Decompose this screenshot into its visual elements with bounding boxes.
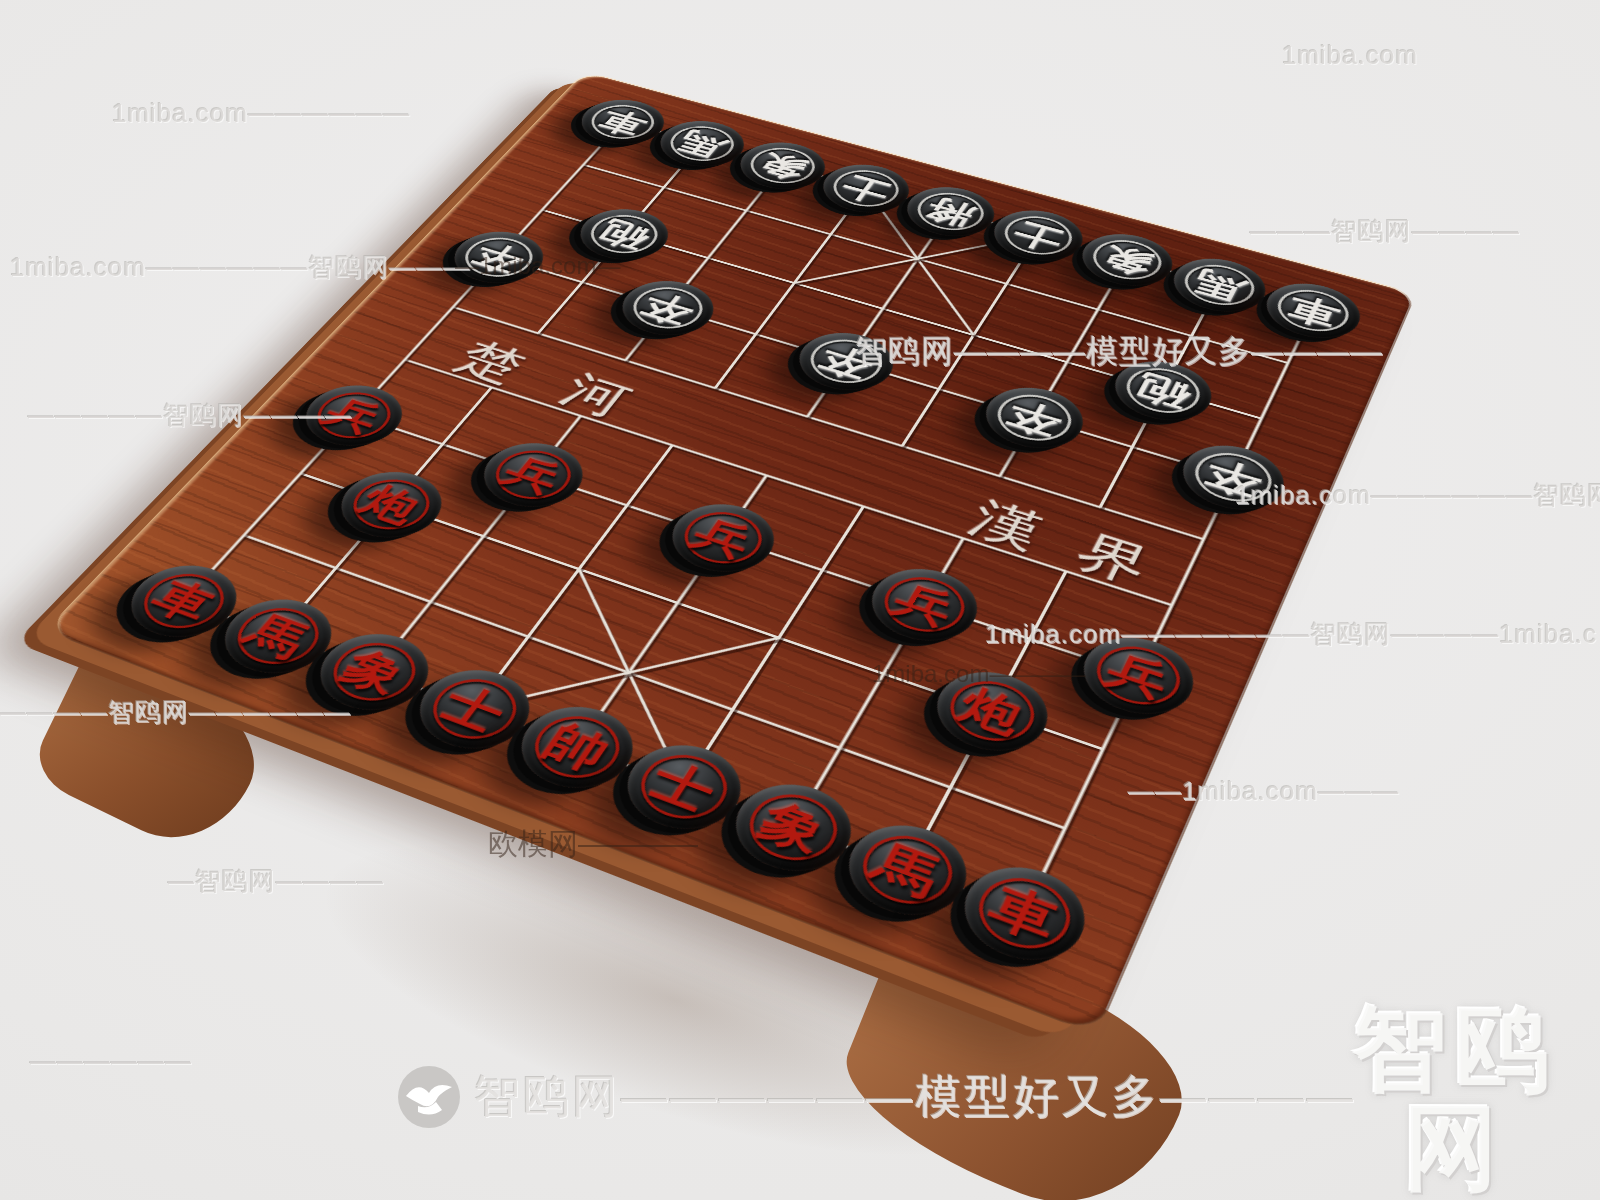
render-stage: 楚河 漢界 車馬象士將士象馬車砲砲卒卒卒卒卒車馬象士帥士象馬車炮炮兵兵兵兵兵 1…	[0, 0, 1600, 1200]
site-logo-corner: 智鸥网 ID:138584	[1310, 1000, 1600, 1200]
watermark-text: ——————	[30, 1046, 192, 1077]
watermark-text: ———智鸥网————	[1250, 214, 1520, 249]
board-3d-scene: 楚河 漢界 車馬象士將士象馬車砲砲卒卒卒卒卒車馬象士帥士象馬車炮炮兵兵兵兵兵	[284, 0, 1286, 997]
watermark-text: 1miba.com	[1282, 40, 1418, 71]
site-logo-title: 智鸥网	[1310, 1000, 1600, 1197]
